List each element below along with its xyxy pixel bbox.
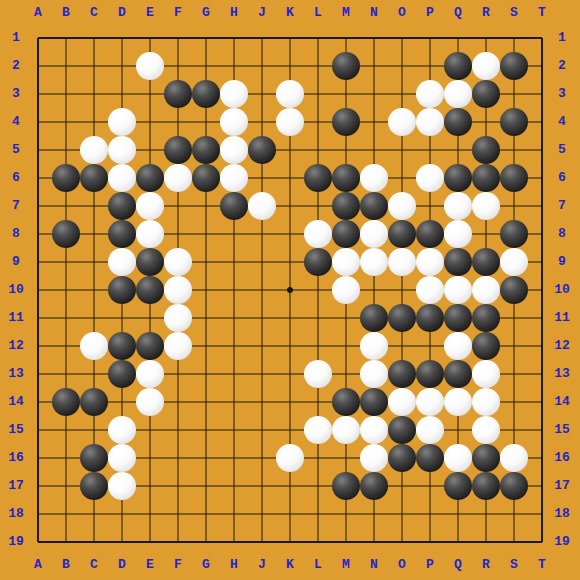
col-label-top-n: N: [360, 4, 388, 22]
stone-white-p4[interactable]: [416, 108, 444, 136]
stone-black-p8[interactable]: [416, 220, 444, 248]
col-label-top-t: T: [528, 4, 556, 22]
col-label-bottom-s: S: [500, 556, 528, 574]
stone-white-d5[interactable]: [108, 136, 136, 164]
row-label-right-7: 7: [548, 197, 576, 215]
col-label-bottom-h: H: [220, 556, 248, 574]
col-label-bottom-t: T: [528, 556, 556, 574]
stone-black-s8[interactable]: [500, 220, 528, 248]
col-label-top-q: Q: [444, 4, 472, 22]
stone-black-s17[interactable]: [500, 472, 528, 500]
row-label-right-1: 1: [548, 29, 576, 47]
stone-white-h3[interactable]: [220, 80, 248, 108]
col-label-bottom-c: C: [80, 556, 108, 574]
stone-black-m14[interactable]: [332, 388, 360, 416]
row-label-right-13: 13: [548, 365, 576, 383]
stone-black-m17[interactable]: [332, 472, 360, 500]
stone-black-d12[interactable]: [108, 332, 136, 360]
stone-white-r15[interactable]: [472, 416, 500, 444]
stone-white-f11[interactable]: [164, 304, 192, 332]
stone-black-d8[interactable]: [108, 220, 136, 248]
stone-white-f12[interactable]: [164, 332, 192, 360]
col-label-top-f: F: [164, 4, 192, 22]
row-label-right-10: 10: [548, 281, 576, 299]
row-label-right-4: 4: [548, 113, 576, 131]
row-label-right-3: 3: [548, 85, 576, 103]
col-label-bottom-m: M: [332, 556, 360, 574]
row-label-left-16: 16: [2, 449, 30, 467]
goban[interactable]: AABBCCDDEEFFGGHHJJKKLLMMNNOOPPQQRRSSTT11…: [0, 0, 580, 580]
col-label-top-a: A: [24, 4, 52, 22]
stone-black-d10[interactable]: [108, 276, 136, 304]
row-label-left-17: 17: [2, 477, 30, 495]
stone-black-p13[interactable]: [416, 360, 444, 388]
row-label-left-12: 12: [2, 337, 30, 355]
stone-black-m6[interactable]: [332, 164, 360, 192]
stone-white-k4[interactable]: [276, 108, 304, 136]
stone-white-r7[interactable]: [472, 192, 500, 220]
stone-white-n6[interactable]: [360, 164, 388, 192]
stone-black-q17[interactable]: [444, 472, 472, 500]
stone-black-r6[interactable]: [472, 164, 500, 192]
stone-white-s16[interactable]: [500, 444, 528, 472]
stone-black-h7[interactable]: [220, 192, 248, 220]
col-label-top-r: R: [472, 4, 500, 22]
stone-black-g6[interactable]: [192, 164, 220, 192]
stone-white-p3[interactable]: [416, 80, 444, 108]
row-label-right-9: 9: [548, 253, 576, 271]
stone-white-q8[interactable]: [444, 220, 472, 248]
stone-black-c14[interactable]: [80, 388, 108, 416]
stone-white-n8[interactable]: [360, 220, 388, 248]
stone-black-o13[interactable]: [388, 360, 416, 388]
stone-black-m4[interactable]: [332, 108, 360, 136]
col-label-bottom-g: G: [192, 556, 220, 574]
stone-black-d7[interactable]: [108, 192, 136, 220]
stone-white-h4[interactable]: [220, 108, 248, 136]
star-point-k10: [287, 287, 293, 293]
stone-white-d15[interactable]: [108, 416, 136, 444]
stone-black-s2[interactable]: [500, 52, 528, 80]
stone-white-o9[interactable]: [388, 248, 416, 276]
stone-white-e13[interactable]: [136, 360, 164, 388]
stone-white-n9[interactable]: [360, 248, 388, 276]
col-label-bottom-q: Q: [444, 556, 472, 574]
col-label-top-l: L: [304, 4, 332, 22]
col-label-top-p: P: [416, 4, 444, 22]
stone-white-d6[interactable]: [108, 164, 136, 192]
stone-white-m10[interactable]: [332, 276, 360, 304]
col-label-top-d: D: [108, 4, 136, 22]
stone-black-p16[interactable]: [416, 444, 444, 472]
stone-white-q12[interactable]: [444, 332, 472, 360]
stone-white-d16[interactable]: [108, 444, 136, 472]
stone-black-s6[interactable]: [500, 164, 528, 192]
stone-black-q2[interactable]: [444, 52, 472, 80]
col-label-top-c: C: [80, 4, 108, 22]
stone-white-e7[interactable]: [136, 192, 164, 220]
row-label-left-15: 15: [2, 421, 30, 439]
stone-black-d13[interactable]: [108, 360, 136, 388]
stone-white-r14[interactable]: [472, 388, 500, 416]
row-label-right-11: 11: [548, 309, 576, 327]
stone-black-e10[interactable]: [136, 276, 164, 304]
col-label-top-j: J: [248, 4, 276, 22]
stone-black-c16[interactable]: [80, 444, 108, 472]
stone-black-g3[interactable]: [192, 80, 220, 108]
row-label-left-9: 9: [2, 253, 30, 271]
stone-white-e2[interactable]: [136, 52, 164, 80]
col-label-top-s: S: [500, 4, 528, 22]
stone-black-c6[interactable]: [80, 164, 108, 192]
stone-white-f9[interactable]: [164, 248, 192, 276]
row-label-left-7: 7: [2, 197, 30, 215]
stone-white-k3[interactable]: [276, 80, 304, 108]
row-label-left-18: 18: [2, 505, 30, 523]
stone-black-e12[interactable]: [136, 332, 164, 360]
stone-white-p10[interactable]: [416, 276, 444, 304]
row-label-left-19: 19: [2, 533, 30, 551]
row-label-left-3: 3: [2, 85, 30, 103]
stone-white-m9[interactable]: [332, 248, 360, 276]
col-label-top-h: H: [220, 4, 248, 22]
stone-black-r12[interactable]: [472, 332, 500, 360]
stone-black-f3[interactable]: [164, 80, 192, 108]
stone-white-e14[interactable]: [136, 388, 164, 416]
stone-white-h5[interactable]: [220, 136, 248, 164]
stone-black-b14[interactable]: [52, 388, 80, 416]
stone-black-e6[interactable]: [136, 164, 164, 192]
stone-black-n14[interactable]: [360, 388, 388, 416]
col-label-bottom-k: K: [276, 556, 304, 574]
col-label-top-o: O: [388, 4, 416, 22]
row-label-left-4: 4: [2, 113, 30, 131]
stone-white-l8[interactable]: [304, 220, 332, 248]
stone-white-f10[interactable]: [164, 276, 192, 304]
col-label-bottom-d: D: [108, 556, 136, 574]
col-label-bottom-f: F: [164, 556, 192, 574]
row-label-right-15: 15: [548, 421, 576, 439]
stone-black-m8[interactable]: [332, 220, 360, 248]
col-label-bottom-n: N: [360, 556, 388, 574]
stone-black-m7[interactable]: [332, 192, 360, 220]
stone-black-r17[interactable]: [472, 472, 500, 500]
stone-white-h6[interactable]: [220, 164, 248, 192]
col-label-top-k: K: [276, 4, 304, 22]
stone-black-c17[interactable]: [80, 472, 108, 500]
stone-black-o15[interactable]: [388, 416, 416, 444]
stone-black-n11[interactable]: [360, 304, 388, 332]
col-label-top-g: G: [192, 4, 220, 22]
row-label-right-19: 19: [548, 533, 576, 551]
stone-white-n12[interactable]: [360, 332, 388, 360]
row-label-left-1: 1: [2, 29, 30, 47]
go-board-screenshot: { "game": "Go", "board": { "size": 19, "…: [0, 0, 580, 580]
row-label-right-6: 6: [548, 169, 576, 187]
stone-black-n17[interactable]: [360, 472, 388, 500]
col-label-bottom-j: J: [248, 556, 276, 574]
row-label-left-14: 14: [2, 393, 30, 411]
stone-white-r13[interactable]: [472, 360, 500, 388]
row-label-right-17: 17: [548, 477, 576, 495]
stone-white-l13[interactable]: [304, 360, 332, 388]
row-label-right-5: 5: [548, 141, 576, 159]
stone-white-q7[interactable]: [444, 192, 472, 220]
row-label-left-11: 11: [2, 309, 30, 327]
col-label-bottom-p: P: [416, 556, 444, 574]
stone-white-j7[interactable]: [248, 192, 276, 220]
stone-black-g5[interactable]: [192, 136, 220, 164]
stone-black-n7[interactable]: [360, 192, 388, 220]
stone-white-n13[interactable]: [360, 360, 388, 388]
row-label-left-5: 5: [2, 141, 30, 159]
stone-white-p9[interactable]: [416, 248, 444, 276]
stone-black-r9[interactable]: [472, 248, 500, 276]
stone-black-r16[interactable]: [472, 444, 500, 472]
stone-white-p14[interactable]: [416, 388, 444, 416]
col-label-bottom-o: O: [388, 556, 416, 574]
stone-white-e8[interactable]: [136, 220, 164, 248]
stone-black-l9[interactable]: [304, 248, 332, 276]
row-label-right-12: 12: [548, 337, 576, 355]
stone-white-r2[interactable]: [472, 52, 500, 80]
stone-black-p11[interactable]: [416, 304, 444, 332]
col-label-top-b: B: [52, 4, 80, 22]
stone-black-q6[interactable]: [444, 164, 472, 192]
row-label-right-8: 8: [548, 225, 576, 243]
stone-black-j5[interactable]: [248, 136, 276, 164]
stone-black-o16[interactable]: [388, 444, 416, 472]
stone-black-o11[interactable]: [388, 304, 416, 332]
row-label-left-2: 2: [2, 57, 30, 75]
stone-black-q9[interactable]: [444, 248, 472, 276]
stone-white-p6[interactable]: [416, 164, 444, 192]
stone-black-s10[interactable]: [500, 276, 528, 304]
stone-black-s4[interactable]: [500, 108, 528, 136]
stone-black-q13[interactable]: [444, 360, 472, 388]
stone-black-b6[interactable]: [52, 164, 80, 192]
stone-white-l15[interactable]: [304, 416, 332, 444]
stone-white-o7[interactable]: [388, 192, 416, 220]
row-label-right-18: 18: [548, 505, 576, 523]
stone-black-q11[interactable]: [444, 304, 472, 332]
col-label-bottom-b: B: [52, 556, 80, 574]
stone-white-n16[interactable]: [360, 444, 388, 472]
stone-white-q16[interactable]: [444, 444, 472, 472]
stone-black-r11[interactable]: [472, 304, 500, 332]
row-label-left-6: 6: [2, 169, 30, 187]
stone-white-s9[interactable]: [500, 248, 528, 276]
stone-white-o4[interactable]: [388, 108, 416, 136]
stone-black-f5[interactable]: [164, 136, 192, 164]
stone-white-m15[interactable]: [332, 416, 360, 444]
stone-white-k16[interactable]: [276, 444, 304, 472]
stone-black-r3[interactable]: [472, 80, 500, 108]
stone-black-e9[interactable]: [136, 248, 164, 276]
stone-black-r5[interactable]: [472, 136, 500, 164]
stone-black-b8[interactable]: [52, 220, 80, 248]
row-label-right-2: 2: [548, 57, 576, 75]
stone-white-d17[interactable]: [108, 472, 136, 500]
stone-white-q10[interactable]: [444, 276, 472, 304]
stone-white-f6[interactable]: [164, 164, 192, 192]
col-label-bottom-l: L: [304, 556, 332, 574]
stone-black-l6[interactable]: [304, 164, 332, 192]
stone-white-n15[interactable]: [360, 416, 388, 444]
row-label-right-14: 14: [548, 393, 576, 411]
stone-white-c5[interactable]: [80, 136, 108, 164]
stone-white-d4[interactable]: [108, 108, 136, 136]
stone-white-r10[interactable]: [472, 276, 500, 304]
row-label-left-8: 8: [2, 225, 30, 243]
col-label-bottom-a: A: [24, 556, 52, 574]
stone-white-p15[interactable]: [416, 416, 444, 444]
stone-black-m2[interactable]: [332, 52, 360, 80]
row-label-left-13: 13: [2, 365, 30, 383]
col-label-bottom-r: R: [472, 556, 500, 574]
stone-black-q4[interactable]: [444, 108, 472, 136]
col-label-bottom-e: E: [136, 556, 164, 574]
stone-white-q3[interactable]: [444, 80, 472, 108]
stone-white-q14[interactable]: [444, 388, 472, 416]
stone-white-c12[interactable]: [80, 332, 108, 360]
stone-black-o8[interactable]: [388, 220, 416, 248]
row-label-left-10: 10: [2, 281, 30, 299]
col-label-top-m: M: [332, 4, 360, 22]
row-label-right-16: 16: [548, 449, 576, 467]
stone-white-d9[interactable]: [108, 248, 136, 276]
col-label-top-e: E: [136, 4, 164, 22]
stone-white-o14[interactable]: [388, 388, 416, 416]
